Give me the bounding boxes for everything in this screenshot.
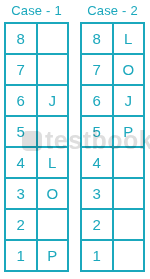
case2-floor5-letter: P <box>114 117 144 146</box>
case1-floor5-letter <box>38 117 68 146</box>
case2-floor4-number: 4 <box>82 148 112 177</box>
case1-floor1-letter: P <box>38 241 68 270</box>
case2-floor2-letter <box>114 210 144 239</box>
case2-floor3-number: 3 <box>82 179 112 208</box>
case-2-title: Case - 2 <box>80 3 145 18</box>
case-grids: 876J54L3O21P 8L7O6J5P4321 <box>0 22 150 272</box>
case2-floor5-number: 5 <box>82 117 112 146</box>
case1-floor7-number: 7 <box>6 55 36 84</box>
case-headers: Case - 1 Case - 2 <box>0 0 150 18</box>
case2-floor3-letter <box>114 179 144 208</box>
case2-floor6-number: 6 <box>82 86 112 115</box>
case-2-grid: 8L7O6J5P4321 <box>80 22 145 272</box>
case2-floor1-letter <box>114 241 144 270</box>
case2-floor7-number: 7 <box>82 55 112 84</box>
case1-floor7-letter <box>38 55 68 84</box>
case2-floor1-number: 1 <box>82 241 112 270</box>
case1-floor6-letter: J <box>38 86 68 115</box>
case1-floor3-letter: O <box>38 179 68 208</box>
case1-floor2-letter <box>38 210 68 239</box>
case1-floor1-number: 1 <box>6 241 36 270</box>
case1-floor4-letter: L <box>38 148 68 177</box>
case1-floor3-number: 3 <box>6 179 36 208</box>
case1-floor8-letter <box>38 24 68 53</box>
puzzle-diagram: Case - 1 Case - 2 876J54L3O21P 8L7O6J5P4… <box>0 0 150 279</box>
case-1-grid: 876J54L3O21P <box>4 22 69 272</box>
case1-floor2-number: 2 <box>6 210 36 239</box>
case1-floor5-number: 5 <box>6 117 36 146</box>
case2-floor8-letter: L <box>114 24 144 53</box>
case2-floor8-number: 8 <box>82 24 112 53</box>
case1-floor4-number: 4 <box>6 148 36 177</box>
case1-floor6-number: 6 <box>6 86 36 115</box>
case2-floor7-letter: O <box>114 55 144 84</box>
case1-floor8-number: 8 <box>6 24 36 53</box>
case2-floor6-letter: J <box>114 86 144 115</box>
case2-floor4-letter <box>114 148 144 177</box>
case2-floor2-number: 2 <box>82 210 112 239</box>
case-1-title: Case - 1 <box>4 3 69 18</box>
